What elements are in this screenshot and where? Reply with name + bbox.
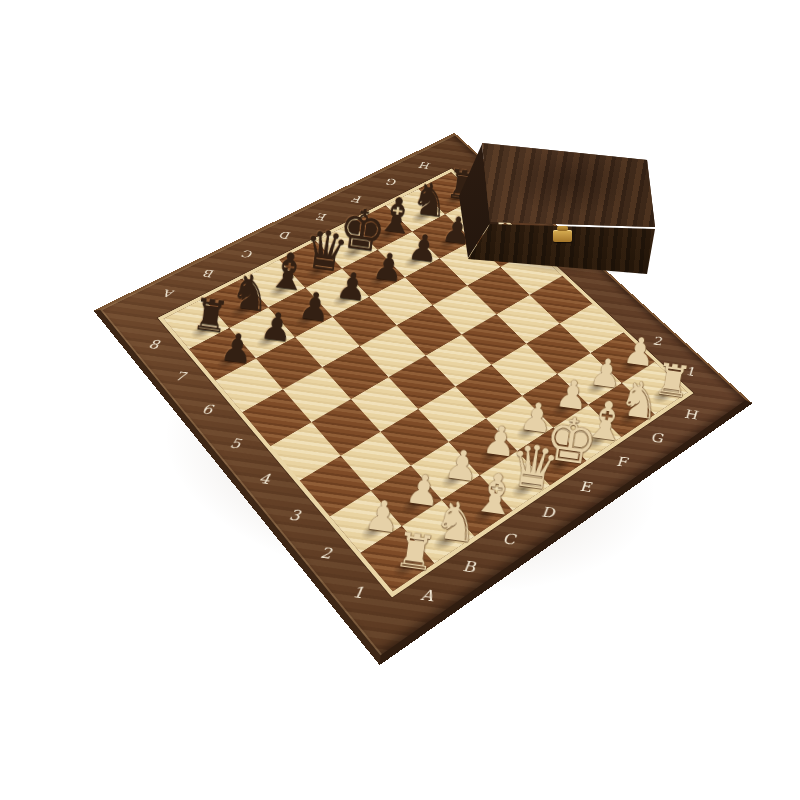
white-rook-a1: ♜ xyxy=(392,524,439,578)
black-pawn-b7: ♟ xyxy=(258,306,294,348)
black-pawn-c7: ♟ xyxy=(297,286,333,328)
file-label-mirrored: A xyxy=(141,275,197,312)
black-pawn-a7: ♟ xyxy=(218,327,255,370)
product-photo-scene: ♜♞♝♛♚♝♞♜♟♟♟♟♟♟♟♟♟♟♟♟♟♟♟♟♜♞♝♛♚♝♞♜ 8765432… xyxy=(0,0,800,800)
rank-label: 5 xyxy=(208,419,262,467)
wooden-storage-box xyxy=(450,120,670,290)
box-brass-clasp-icon xyxy=(553,230,572,242)
black-pawn-f7: ♟ xyxy=(406,228,441,268)
file-label: A xyxy=(397,570,456,620)
black-pawn-d7: ♟ xyxy=(334,266,370,307)
white-pawn-h2: ♟ xyxy=(621,331,658,373)
white-knight-b1: ♞ xyxy=(431,493,483,551)
black-pawn-e7: ♟ xyxy=(370,247,405,287)
